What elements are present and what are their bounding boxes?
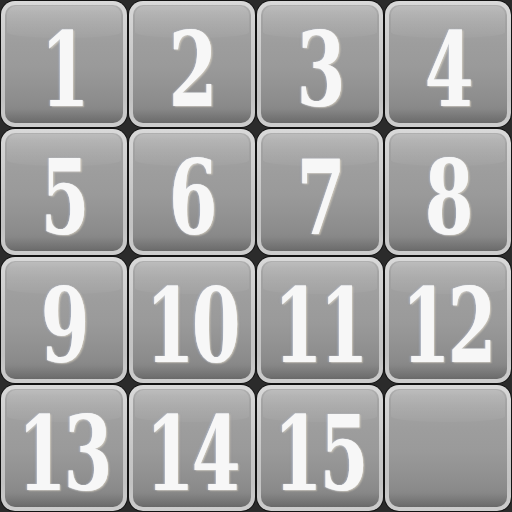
tile-number: 12 xyxy=(402,274,494,377)
tile-number: 11 xyxy=(274,274,366,377)
tile-face: 15 xyxy=(261,389,379,507)
tile-8[interactable]: 8 xyxy=(385,129,511,255)
tile-face: 1 xyxy=(5,5,123,123)
tile-face: 14 xyxy=(133,389,251,507)
tile-15[interactable]: 15 xyxy=(257,385,383,511)
empty-cell-face xyxy=(389,389,507,507)
puzzle-board: 123456789101112131415 xyxy=(0,0,512,512)
tile-number: 7 xyxy=(297,146,343,249)
tile-number: 5 xyxy=(41,146,87,249)
tile-number: 13 xyxy=(18,402,110,505)
tile-number: 2 xyxy=(169,18,215,121)
tile-face: 7 xyxy=(261,133,379,251)
empty-cell xyxy=(385,385,511,511)
tile-face: 3 xyxy=(261,5,379,123)
tile-number: 10 xyxy=(146,274,238,377)
tile-10[interactable]: 10 xyxy=(129,257,255,383)
tile-4[interactable]: 4 xyxy=(385,1,511,127)
tile-number: 3 xyxy=(297,18,343,121)
tile-number: 9 xyxy=(41,274,87,377)
tile-11[interactable]: 11 xyxy=(257,257,383,383)
tile-face: 2 xyxy=(133,5,251,123)
tile-9[interactable]: 9 xyxy=(1,257,127,383)
tile-number: 1 xyxy=(41,18,87,121)
tile-5[interactable]: 5 xyxy=(1,129,127,255)
tile-face: 5 xyxy=(5,133,123,251)
tile-6[interactable]: 6 xyxy=(129,129,255,255)
tile-face: 6 xyxy=(133,133,251,251)
tile-face: 12 xyxy=(389,261,507,379)
tile-1[interactable]: 1 xyxy=(1,1,127,127)
tile-3[interactable]: 3 xyxy=(257,1,383,127)
tile-number: 8 xyxy=(425,146,471,249)
tile-face: 11 xyxy=(261,261,379,379)
tile-face: 8 xyxy=(389,133,507,251)
tile-face: 9 xyxy=(5,261,123,379)
tile-number: 15 xyxy=(274,402,366,505)
tile-2[interactable]: 2 xyxy=(129,1,255,127)
tile-face: 13 xyxy=(5,389,123,507)
tile-12[interactable]: 12 xyxy=(385,257,511,383)
tile-13[interactable]: 13 xyxy=(1,385,127,511)
tile-number: 6 xyxy=(169,146,215,249)
tile-face: 4 xyxy=(389,5,507,123)
tile-7[interactable]: 7 xyxy=(257,129,383,255)
tile-number: 4 xyxy=(425,18,471,121)
tile-14[interactable]: 14 xyxy=(129,385,255,511)
tile-face: 10 xyxy=(133,261,251,379)
tile-number: 14 xyxy=(146,402,238,505)
